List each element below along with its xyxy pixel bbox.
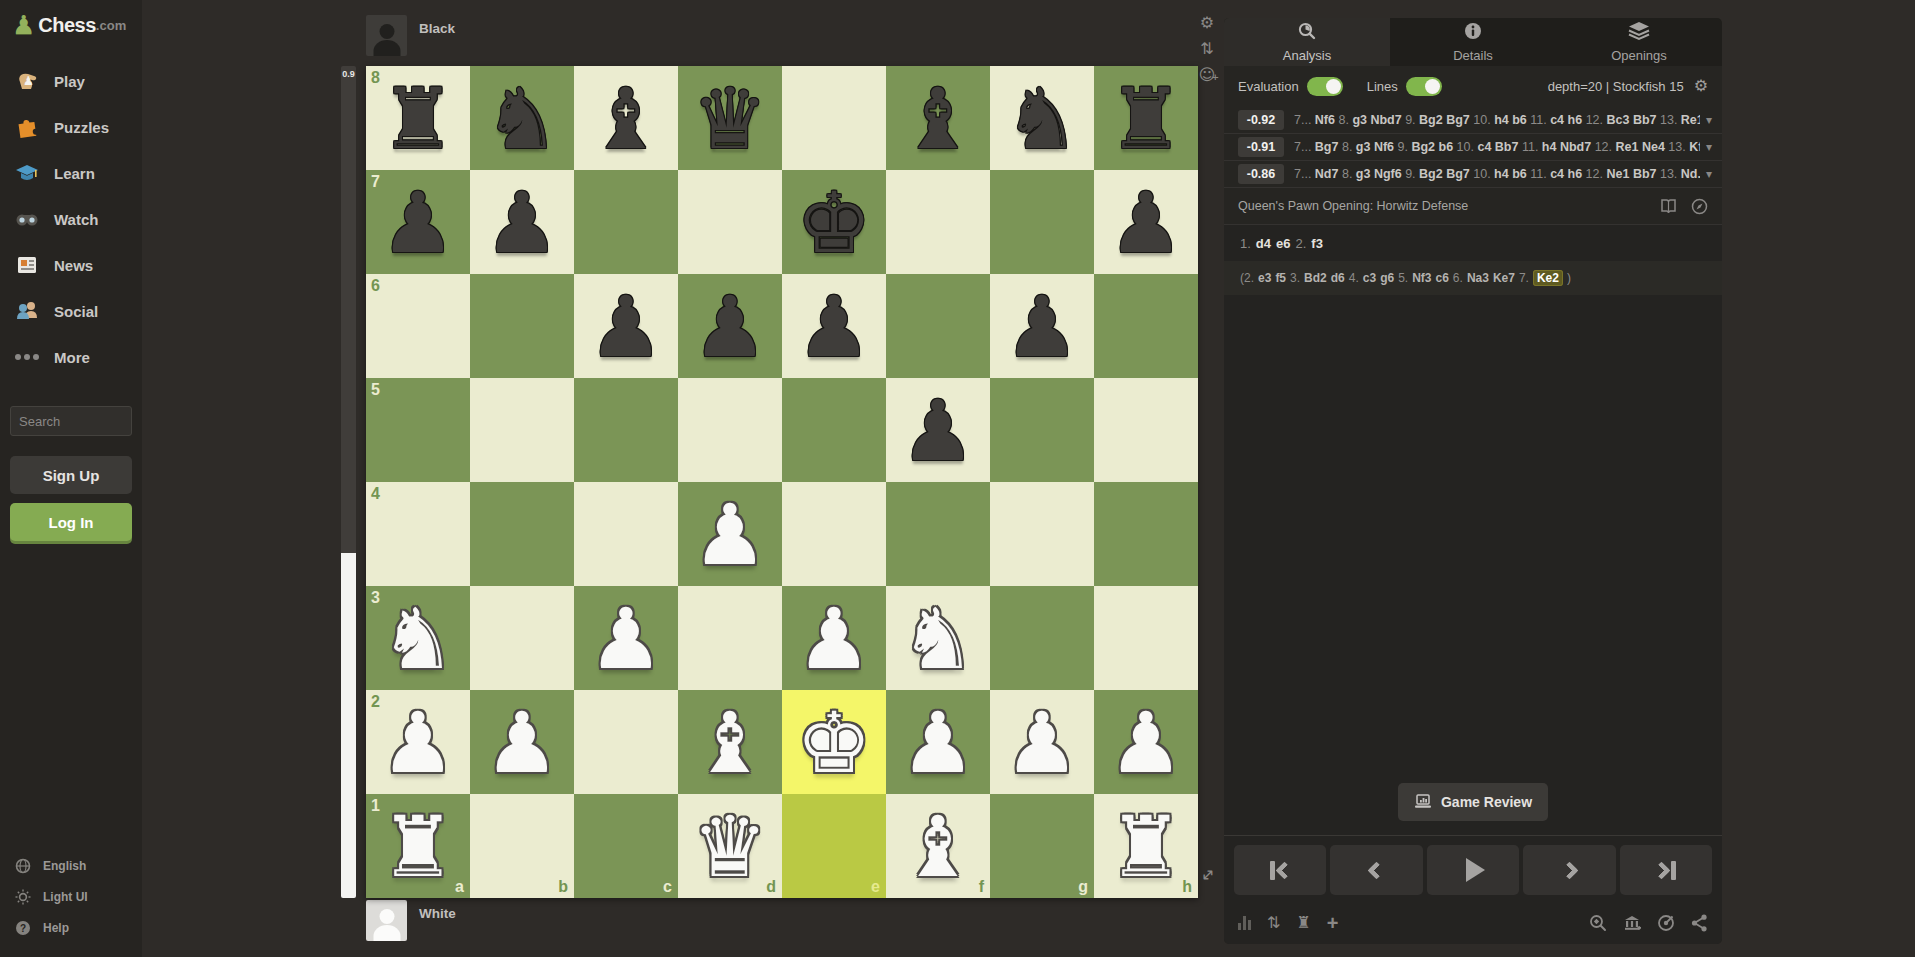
piece-white-pawn[interactable]: ♟ xyxy=(1094,690,1198,794)
practice-target-icon[interactable] xyxy=(1657,914,1675,932)
square-c8[interactable]: ♝ xyxy=(574,66,678,170)
piece-black-bishop[interactable]: ♝ xyxy=(886,66,990,170)
brightness-icon xyxy=(14,888,31,905)
tab-analysis[interactable]: Analysis xyxy=(1224,18,1390,66)
opening-name: Queen's Pawn Opening: Horwitz Defense xyxy=(1238,199,1660,213)
flip-board-bottom-icon[interactable]: ⇅ xyxy=(1267,915,1280,931)
square-d8[interactable]: ♛ xyxy=(678,66,782,170)
square-a5[interactable]: 5 xyxy=(366,378,470,482)
engine-line-moves: 7... Nd7 8. g3 Ngf6 9. Bg2 Bg7 10. h4 b6… xyxy=(1294,167,1700,181)
square-h5[interactable] xyxy=(1094,378,1198,482)
opening-book-icon[interactable] xyxy=(1660,198,1677,215)
opening-explorer-compass-icon[interactable] xyxy=(1691,198,1708,215)
square-d5[interactable] xyxy=(678,378,782,482)
sidebar-item-puzzles[interactable]: Puzzles xyxy=(0,104,142,150)
sidebar-item-social[interactable]: Social xyxy=(0,288,142,334)
share-icon[interactable] xyxy=(1691,914,1708,932)
square-d7[interactable] xyxy=(678,170,782,274)
square-a6[interactable]: 6 xyxy=(366,274,470,378)
square-f1[interactable]: f♝ xyxy=(886,794,990,898)
play-icon: ♟ xyxy=(14,68,40,94)
white-avatar xyxy=(366,900,407,941)
news-icon xyxy=(14,252,40,278)
sign-up-button[interactable]: Sign Up xyxy=(10,456,132,494)
square-c1[interactable]: c xyxy=(574,794,678,898)
move-number: ) xyxy=(1567,271,1571,285)
square-d2[interactable]: ♝ xyxy=(678,690,782,794)
engine-lines: -0.927... Nf6 8. g3 Nbd7 9. Bg2 Bg7 10. … xyxy=(1224,106,1722,187)
square-d1[interactable]: d♛ xyxy=(678,794,782,898)
engine-line-expand-caret[interactable]: ▾ xyxy=(1706,140,1712,154)
search-input[interactable] xyxy=(10,406,132,436)
engine-line-eval: -0.92 xyxy=(1238,110,1284,130)
move[interactable]: g6 xyxy=(1380,271,1394,285)
piece-white-pawn[interactable]: ♟ xyxy=(990,690,1094,794)
square-b1[interactable]: b xyxy=(470,794,574,898)
piece-black-pawn[interactable]: ♟ xyxy=(782,274,886,378)
piece-white-king[interactable]: ♚ xyxy=(782,690,886,794)
piece-black-bishop[interactable]: ♝ xyxy=(574,66,678,170)
move-number: 7. xyxy=(1519,271,1529,285)
engine-toggles-row: Evaluation Lines depth=20 | Stockfish 15… xyxy=(1224,66,1722,106)
square-a7[interactable]: 7♟ xyxy=(366,170,470,274)
engine-line-1[interactable]: -0.927... Nf6 8. g3 Nbd7 9. Bg2 Bg7 10. … xyxy=(1224,106,1722,133)
square-a3[interactable]: 3♞ xyxy=(366,586,470,690)
piece-black-rook[interactable]: ♜ xyxy=(366,66,470,170)
piece-white-bishop[interactable]: ♝ xyxy=(886,794,990,898)
square-d4[interactable]: ♟ xyxy=(678,482,782,586)
square-c7[interactable] xyxy=(574,170,678,274)
square-e6[interactable]: ♟ xyxy=(782,274,886,378)
logo-pawn-icon: ♟ xyxy=(12,12,35,38)
square-f6[interactable] xyxy=(886,274,990,378)
move[interactable]: f5 xyxy=(1275,271,1286,285)
square-f4[interactable] xyxy=(886,482,990,586)
logo-com-text: .com xyxy=(96,18,126,33)
engine-line-moves: 7... Bg7 8. g3 Nf6 9. Bg2 b6 10. c4 Bb7 … xyxy=(1294,140,1700,154)
variation-line: (2.e3f53.Bd2d64.c3g65.Nf3c66.Na3Ke77.Ke2… xyxy=(1224,261,1722,295)
player-bottom: White xyxy=(366,900,456,941)
rank-label-5: 5 xyxy=(371,381,380,399)
square-c3[interactable]: ♟ xyxy=(574,586,678,690)
piece-white-pawn[interactable]: ♟ xyxy=(678,482,782,586)
piece-black-queen[interactable]: ♛ xyxy=(678,66,782,170)
square-a2[interactable]: 2♟ xyxy=(366,690,470,794)
library-add-icon[interactable] xyxy=(1623,914,1641,932)
engine-line-eval: -0.86 xyxy=(1238,164,1284,184)
piece-black-pawn[interactable]: ♟ xyxy=(678,274,782,378)
square-a4[interactable]: 4 xyxy=(366,482,470,586)
move-number: 3. xyxy=(1290,271,1300,285)
square-e7[interactable]: ♚ xyxy=(782,170,886,274)
engine-line-eval: -0.91 xyxy=(1238,137,1284,157)
watch-icon xyxy=(14,206,40,232)
square-g5[interactable] xyxy=(990,378,1094,482)
square-c2[interactable] xyxy=(574,690,678,794)
square-d6[interactable]: ♟ xyxy=(678,274,782,378)
square-e1[interactable]: e xyxy=(782,794,886,898)
move-number: 4. xyxy=(1349,271,1359,285)
sidebar-item-learn[interactable]: Learn xyxy=(0,150,142,196)
piece-black-knight[interactable]: ♞ xyxy=(990,66,1094,170)
explorer-search-icon[interactable] xyxy=(1589,914,1607,932)
piece-black-pawn[interactable]: ♟ xyxy=(366,170,470,274)
square-b6[interactable] xyxy=(470,274,574,378)
sidebar-item-more[interactable]: More xyxy=(0,334,142,380)
engine-line-expand-caret[interactable]: ▾ xyxy=(1706,113,1712,127)
next-move-button[interactable] xyxy=(1523,845,1615,895)
square-c6[interactable]: ♟ xyxy=(574,274,678,378)
more-icon xyxy=(14,344,40,370)
piece-white-rook[interactable]: ♜ xyxy=(366,794,470,898)
square-a8[interactable]: 8♜ xyxy=(366,66,470,170)
board-tools-strip: ⚙ ⇅ ☺+ xyxy=(1198,14,1218,84)
square-e5[interactable] xyxy=(782,378,886,482)
move-list: 1.d4e62.f3 xyxy=(1224,225,1722,261)
black-avatar xyxy=(366,15,407,56)
square-e4[interactable] xyxy=(782,482,886,586)
move[interactable]: Nf3 xyxy=(1412,271,1431,285)
move[interactable]: Bd2 xyxy=(1304,271,1327,285)
sidebar-nav: ♟ Play Puzzles Learn Watch News xyxy=(0,58,142,380)
square-e8[interactable] xyxy=(782,66,886,170)
analysis-magnifier-icon xyxy=(1297,21,1317,45)
square-h6[interactable] xyxy=(1094,274,1198,378)
square-h7[interactable]: ♟ xyxy=(1094,170,1198,274)
square-c5[interactable] xyxy=(574,378,678,482)
square-h8[interactable]: ♜ xyxy=(1094,66,1198,170)
move[interactable]: Na3 xyxy=(1467,271,1489,285)
help-icon: ? xyxy=(14,919,31,936)
square-b2[interactable]: ♟ xyxy=(470,690,574,794)
evaluation-toggle-label: Evaluation xyxy=(1238,79,1299,94)
move-number: 6. xyxy=(1453,271,1463,285)
square-g6[interactable]: ♟ xyxy=(990,274,1094,378)
threats-icon[interactable]: ♜ xyxy=(1296,915,1310,931)
help-link[interactable]: ? Help xyxy=(0,912,142,943)
board-settings-gear-icon[interactable]: ⚙ xyxy=(1198,14,1216,32)
piece-white-pawn[interactable]: ♟ xyxy=(886,690,990,794)
engine-line-expand-caret[interactable]: ▾ xyxy=(1706,167,1712,181)
piece-black-king[interactable]: ♚ xyxy=(782,170,886,274)
evaluation-bar-score: 0.9 xyxy=(341,69,356,79)
engine-settings-gear-icon[interactable]: ⚙ xyxy=(1694,78,1708,94)
square-f5[interactable]: ♟ xyxy=(886,378,990,482)
square-g2[interactable]: ♟ xyxy=(990,690,1094,794)
chesscom-logo[interactable]: ♟ Chess .com xyxy=(0,0,142,48)
square-b5[interactable] xyxy=(470,378,574,482)
engine-depth-label: depth=20 | Stockfish 15 xyxy=(1548,79,1684,94)
engine-line-2[interactable]: -0.917... Bg7 8. g3 Nf6 9. Bg2 b6 10. c4… xyxy=(1224,133,1722,160)
lines-toggle-label: Lines xyxy=(1367,79,1398,94)
square-b8[interactable]: ♞ xyxy=(470,66,574,170)
game-review-row: Game Review xyxy=(1224,769,1722,835)
piece-white-queen[interactable]: ♛ xyxy=(678,794,782,898)
piece-black-pawn[interactable]: ♟ xyxy=(990,274,1094,378)
square-c4[interactable] xyxy=(574,482,678,586)
social-icon xyxy=(14,298,40,324)
globe-icon xyxy=(14,857,31,874)
piece-white-knight[interactable]: ♞ xyxy=(886,586,990,690)
square-e2[interactable]: ♚ xyxy=(782,690,886,794)
logo-text: Chess xyxy=(38,14,96,37)
move[interactable]: e3 xyxy=(1258,271,1271,285)
panel-tabs: Analysis Details Openings xyxy=(1224,18,1722,66)
language-selector[interactable]: English xyxy=(0,850,142,881)
piece-white-pawn[interactable]: ♟ xyxy=(574,586,678,690)
square-f3[interactable]: ♞ xyxy=(886,586,990,690)
player-top: Black xyxy=(366,15,455,56)
sidebar-item-watch[interactable]: Watch xyxy=(0,196,142,242)
play-moves-button[interactable] xyxy=(1427,845,1519,895)
move[interactable]: e6 xyxy=(1276,236,1290,251)
resize-board-icon[interactable]: ↔ xyxy=(1195,862,1220,887)
piece-black-pawn[interactable]: ♟ xyxy=(886,378,990,482)
square-g3[interactable] xyxy=(990,586,1094,690)
piece-white-pawn[interactable]: ♟ xyxy=(470,690,574,794)
svg-text:♟: ♟ xyxy=(23,74,34,88)
piece-black-pawn[interactable]: ♟ xyxy=(470,170,574,274)
piece-white-knight[interactable]: ♞ xyxy=(366,586,470,690)
square-g1[interactable]: g xyxy=(990,794,1094,898)
evaluation-bar-white-section xyxy=(341,553,356,898)
game-review-icon xyxy=(1414,794,1432,810)
file-label-b: b xyxy=(558,878,568,896)
move-number: 1. xyxy=(1240,236,1251,251)
white-player-name: White xyxy=(419,906,456,921)
tab-openings[interactable]: Openings xyxy=(1556,18,1722,66)
engine-line-moves: 7... Nf6 8. g3 Nbd7 9. Bg2 Bg7 10. h4 b6… xyxy=(1294,113,1700,127)
move-area-empty xyxy=(1224,295,1722,769)
black-player-name: Black xyxy=(419,21,455,36)
square-f2[interactable]: ♟ xyxy=(886,690,990,794)
go-to-end-button[interactable] xyxy=(1620,845,1712,895)
piece-white-bishop[interactable]: ♝ xyxy=(678,690,782,794)
square-a1[interactable]: 1a♜ xyxy=(366,794,470,898)
light-ui-toggle[interactable]: Light UI xyxy=(0,881,142,912)
move[interactable]: f3 xyxy=(1311,236,1323,251)
square-h2[interactable]: ♟ xyxy=(1094,690,1198,794)
piece-white-pawn[interactable]: ♟ xyxy=(782,586,886,690)
move[interactable]: c3 xyxy=(1363,271,1376,285)
lines-toggle[interactable] xyxy=(1406,77,1442,96)
piece-black-pawn[interactable]: ♟ xyxy=(1094,170,1198,274)
move-number: (2. xyxy=(1240,271,1254,285)
engine-line-3[interactable]: -0.867... Nd7 8. g3 Ngf6 9. Bg2 Bg7 10. … xyxy=(1224,160,1722,187)
piece-black-pawn[interactable]: ♟ xyxy=(574,274,678,378)
square-h3[interactable] xyxy=(1094,586,1198,690)
square-h4[interactable] xyxy=(1094,482,1198,586)
move-number: 2. xyxy=(1295,236,1306,251)
game-review-button[interactable]: Game Review xyxy=(1398,783,1548,821)
evaluation-chart-icon[interactable] xyxy=(1238,915,1251,930)
move-number: 5. xyxy=(1398,271,1408,285)
square-f7[interactable] xyxy=(886,170,990,274)
add-reaction-icon[interactable]: ☺+ xyxy=(1198,66,1216,84)
piece-black-rook[interactable]: ♜ xyxy=(1094,66,1198,170)
learn-icon xyxy=(14,160,40,186)
puzzles-icon xyxy=(14,114,40,140)
file-label-g: g xyxy=(1078,878,1088,896)
go-to-start-button[interactable] xyxy=(1234,845,1326,895)
rank-label-6: 6 xyxy=(371,277,380,295)
evaluation-toggle[interactable] xyxy=(1307,77,1343,96)
previous-move-button[interactable] xyxy=(1330,845,1422,895)
openings-stack-icon xyxy=(1628,21,1650,45)
sidebar: ♟ Chess .com ♟ Play Puzzles Learn Wa xyxy=(0,0,142,957)
flip-board-icon[interactable]: ⇅ xyxy=(1198,40,1216,58)
square-g7[interactable] xyxy=(990,170,1094,274)
piece-white-pawn[interactable]: ♟ xyxy=(366,690,470,794)
move[interactable]: Ke7 xyxy=(1493,271,1515,285)
square-b7[interactable]: ♟ xyxy=(470,170,574,274)
details-info-icon xyxy=(1463,21,1483,45)
square-d3[interactable] xyxy=(678,586,782,690)
sidebar-item-play[interactable]: ♟ Play xyxy=(0,58,142,104)
piece-white-rook[interactable]: ♜ xyxy=(1094,794,1198,898)
move[interactable]: d6 xyxy=(1331,271,1345,285)
move-navigation xyxy=(1224,835,1722,901)
sidebar-footer: English Light UI ? Help xyxy=(0,850,142,943)
analysis-panel: Analysis Details Openings Evaluation Lin… xyxy=(1224,18,1722,944)
move[interactable]: d4 xyxy=(1256,236,1271,251)
tab-details[interactable]: Details xyxy=(1390,18,1556,66)
square-b3[interactable] xyxy=(470,586,574,690)
opening-row: Queen's Pawn Opening: Horwitz Defense xyxy=(1224,187,1722,225)
file-label-e: e xyxy=(871,878,880,896)
move[interactable]: c6 xyxy=(1436,271,1449,285)
square-e3[interactable]: ♟ xyxy=(782,586,886,690)
square-f8[interactable]: ♝ xyxy=(886,66,990,170)
svg-text:?: ? xyxy=(19,922,25,933)
piece-black-knight[interactable]: ♞ xyxy=(470,66,574,170)
log-in-button[interactable]: Log In xyxy=(10,503,132,541)
chess-board[interactable]: 8♜♞♝♛♝♞♜7♟♟♚♟6♟♟♟♟5♟4♟3♞♟♟♞2♟♟♝♚♟♟♟1a♜bc… xyxy=(366,66,1198,898)
square-b4[interactable] xyxy=(470,482,574,586)
panel-bottom-toolbar: ⇅ ♜ + xyxy=(1224,901,1722,944)
square-g8[interactable]: ♞ xyxy=(990,66,1094,170)
evaluation-bar: 0.9 xyxy=(341,66,356,898)
sidebar-item-news[interactable]: News xyxy=(0,242,142,288)
square-h1[interactable]: h♜ xyxy=(1094,794,1198,898)
rank-label-4: 4 xyxy=(371,485,380,503)
current-move[interactable]: Ke2 xyxy=(1533,270,1563,286)
square-g4[interactable] xyxy=(990,482,1094,586)
file-label-c: c xyxy=(663,878,672,896)
add-line-icon[interactable]: + xyxy=(1327,915,1339,931)
